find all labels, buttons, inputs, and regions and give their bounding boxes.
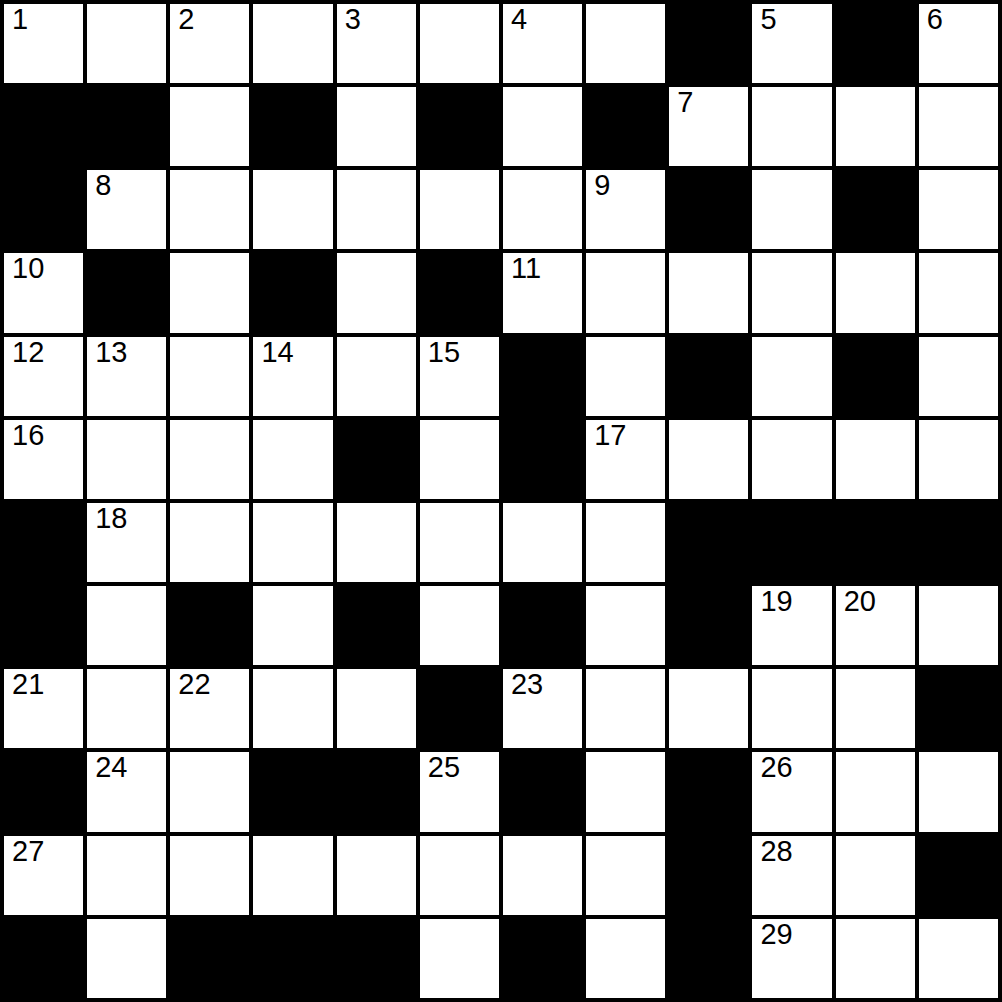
white-cell-r8c8[interactable] — [669, 669, 748, 748]
clue-number-15: 15 — [428, 338, 460, 367]
white-cell-r5c3[interactable] — [253, 420, 332, 499]
clue-number-28: 28 — [760, 837, 792, 866]
black-cell-r2c10 — [836, 170, 915, 249]
black-cell-r1c3 — [253, 87, 332, 166]
clue-number-10: 10 — [12, 254, 44, 283]
white-cell-r3c6[interactable]: 11 — [503, 253, 582, 332]
white-cell-r9c1[interactable]: 24 — [87, 752, 166, 831]
white-cell-r9c7[interactable] — [586, 752, 665, 831]
white-cell-r1c10[interactable] — [836, 87, 915, 166]
white-cell-r8c0[interactable]: 21 — [4, 669, 83, 748]
black-cell-r1c5 — [420, 87, 499, 166]
white-cell-r2c9[interactable] — [752, 170, 831, 249]
black-cell-r7c8 — [669, 586, 748, 665]
white-cell-r11c10[interactable] — [836, 919, 915, 998]
clue-number-18: 18 — [95, 504, 127, 533]
clue-number-5: 5 — [760, 5, 776, 34]
white-cell-r2c1[interactable]: 8 — [87, 170, 166, 249]
white-cell-r4c3[interactable]: 14 — [253, 337, 332, 416]
white-cell-r2c4[interactable] — [337, 170, 416, 249]
white-cell-r1c8[interactable]: 7 — [669, 87, 748, 166]
clue-number-14: 14 — [261, 338, 293, 367]
clue-number-1: 1 — [12, 5, 28, 34]
white-cell-r5c8[interactable] — [669, 420, 748, 499]
black-cell-r1c7 — [586, 87, 665, 166]
white-cell-r11c1[interactable] — [87, 919, 166, 998]
white-cell-r6c4[interactable] — [337, 503, 416, 582]
white-cell-r1c9[interactable] — [752, 87, 831, 166]
black-cell-r9c6 — [503, 752, 582, 831]
white-cell-r5c2[interactable] — [170, 420, 249, 499]
clue-number-23: 23 — [511, 670, 543, 699]
white-cell-r8c7[interactable] — [586, 669, 665, 748]
black-cell-r2c8 — [669, 170, 748, 249]
white-cell-r5c7[interactable]: 17 — [586, 420, 665, 499]
white-cell-r10c6[interactable] — [503, 836, 582, 915]
black-cell-r11c3 — [253, 919, 332, 998]
white-cell-r8c6[interactable]: 23 — [503, 669, 582, 748]
black-cell-r9c8 — [669, 752, 748, 831]
black-cell-r11c6 — [503, 919, 582, 998]
white-cell-r3c9[interactable] — [752, 253, 831, 332]
black-cell-r7c6 — [503, 586, 582, 665]
clue-number-24: 24 — [95, 753, 127, 782]
white-cell-r9c9[interactable]: 26 — [752, 752, 831, 831]
white-cell-r3c2[interactable] — [170, 253, 249, 332]
black-cell-r10c8 — [669, 836, 748, 915]
white-cell-r10c0[interactable]: 27 — [4, 836, 83, 915]
black-cell-r4c6 — [503, 337, 582, 416]
black-cell-r6c9 — [752, 503, 831, 582]
white-cell-r3c4[interactable] — [337, 253, 416, 332]
white-cell-r7c1[interactable] — [87, 586, 166, 665]
black-cell-r5c6 — [503, 420, 582, 499]
black-cell-r1c0 — [4, 87, 83, 166]
white-cell-r0c11[interactable]: 6 — [919, 4, 998, 83]
white-cell-r5c0[interactable]: 16 — [4, 420, 83, 499]
white-cell-r0c1[interactable] — [87, 4, 166, 83]
white-cell-r4c11[interactable] — [919, 337, 998, 416]
white-cell-r5c5[interactable] — [420, 420, 499, 499]
white-cell-r6c6[interactable] — [503, 503, 582, 582]
white-cell-r10c10[interactable] — [836, 836, 915, 915]
clue-number-2: 2 — [178, 5, 194, 34]
white-cell-r4c7[interactable] — [586, 337, 665, 416]
black-cell-r0c8 — [669, 4, 748, 83]
white-cell-r3c7[interactable] — [586, 253, 665, 332]
white-cell-r0c4[interactable]: 3 — [337, 4, 416, 83]
black-cell-r3c5 — [420, 253, 499, 332]
white-cell-r8c1[interactable] — [87, 669, 166, 748]
white-cell-r8c4[interactable] — [337, 669, 416, 748]
clue-number-4: 4 — [511, 5, 527, 34]
white-cell-r2c6[interactable] — [503, 170, 582, 249]
white-cell-r8c3[interactable] — [253, 669, 332, 748]
white-cell-r10c5[interactable] — [420, 836, 499, 915]
white-cell-r11c9[interactable]: 29 — [752, 919, 831, 998]
white-cell-r9c10[interactable] — [836, 752, 915, 831]
black-cell-r9c0 — [4, 752, 83, 831]
white-cell-r11c7[interactable] — [586, 919, 665, 998]
clue-number-13: 13 — [95, 338, 127, 367]
white-cell-r5c10[interactable] — [836, 420, 915, 499]
white-cell-r2c7[interactable]: 9 — [586, 170, 665, 249]
black-cell-r4c10 — [836, 337, 915, 416]
white-cell-r0c5[interactable] — [420, 4, 499, 83]
clue-number-12: 12 — [12, 338, 44, 367]
clue-number-27: 27 — [12, 837, 44, 866]
clue-number-6: 6 — [927, 5, 943, 34]
white-cell-r6c3[interactable] — [253, 503, 332, 582]
white-cell-r2c5[interactable] — [420, 170, 499, 249]
white-cell-r6c2[interactable] — [170, 503, 249, 582]
black-cell-r7c2 — [170, 586, 249, 665]
clue-number-9: 9 — [594, 171, 610, 200]
black-cell-r6c10 — [836, 503, 915, 582]
black-cell-r10c11 — [919, 836, 998, 915]
black-cell-r8c11 — [919, 669, 998, 748]
white-cell-r4c2[interactable] — [170, 337, 249, 416]
black-cell-r7c0 — [4, 586, 83, 665]
black-cell-r6c8 — [669, 503, 748, 582]
black-cell-r11c8 — [669, 919, 748, 998]
black-cell-r7c4 — [337, 586, 416, 665]
white-cell-r1c2[interactable] — [170, 87, 249, 166]
clue-number-19: 19 — [760, 587, 792, 616]
black-cell-r0c10 — [836, 4, 915, 83]
clue-number-11: 11 — [511, 254, 541, 283]
clue-number-26: 26 — [760, 753, 792, 782]
black-cell-r5c4 — [337, 420, 416, 499]
white-cell-r3c11[interactable] — [919, 253, 998, 332]
white-cell-r0c3[interactable] — [253, 4, 332, 83]
white-cell-r4c4[interactable] — [337, 337, 416, 416]
clue-number-21: 21 — [12, 670, 44, 699]
white-cell-r7c10[interactable]: 20 — [836, 586, 915, 665]
white-cell-r0c0[interactable]: 1 — [4, 4, 83, 83]
black-cell-r9c4 — [337, 752, 416, 831]
clue-number-29: 29 — [760, 920, 792, 949]
white-cell-r5c11[interactable] — [919, 420, 998, 499]
white-cell-r3c8[interactable] — [669, 253, 748, 332]
clue-number-20: 20 — [844, 587, 876, 616]
black-cell-r3c1 — [87, 253, 166, 332]
white-cell-r0c6[interactable]: 4 — [503, 4, 582, 83]
white-cell-r4c0[interactable]: 12 — [4, 337, 83, 416]
white-cell-r8c10[interactable] — [836, 669, 915, 748]
white-cell-r9c11[interactable] — [919, 752, 998, 831]
black-cell-r6c11 — [919, 503, 998, 582]
white-cell-r1c4[interactable] — [337, 87, 416, 166]
clue-number-7: 7 — [677, 88, 693, 117]
white-cell-r9c2[interactable] — [170, 752, 249, 831]
black-cell-r11c2 — [170, 919, 249, 998]
black-cell-r4c8 — [669, 337, 748, 416]
white-cell-r10c4[interactable] — [337, 836, 416, 915]
white-cell-r3c0[interactable]: 10 — [4, 253, 83, 332]
white-cell-r7c7[interactable] — [586, 586, 665, 665]
clue-number-22: 22 — [178, 670, 210, 699]
black-cell-r1c1 — [87, 87, 166, 166]
white-cell-r7c9[interactable]: 19 — [752, 586, 831, 665]
white-cell-r5c9[interactable] — [752, 420, 831, 499]
white-cell-r0c9[interactable]: 5 — [752, 4, 831, 83]
white-cell-r4c1[interactable]: 13 — [87, 337, 166, 416]
clue-number-16: 16 — [12, 421, 44, 450]
black-cell-r11c4 — [337, 919, 416, 998]
white-cell-r4c5[interactable]: 15 — [420, 337, 499, 416]
white-cell-r3c10[interactable] — [836, 253, 915, 332]
white-cell-r11c5[interactable] — [420, 919, 499, 998]
white-cell-r5c1[interactable] — [87, 420, 166, 499]
white-cell-r10c2[interactable] — [170, 836, 249, 915]
clue-number-8: 8 — [95, 171, 111, 200]
white-cell-r6c7[interactable] — [586, 503, 665, 582]
white-cell-r8c9[interactable] — [752, 669, 831, 748]
white-cell-r7c11[interactable] — [919, 586, 998, 665]
white-cell-r7c3[interactable] — [253, 586, 332, 665]
black-cell-r2c0 — [4, 170, 83, 249]
black-cell-r9c3 — [253, 752, 332, 831]
white-cell-r9c5[interactable]: 25 — [420, 752, 499, 831]
black-cell-r3c3 — [253, 253, 332, 332]
black-cell-r8c5 — [420, 669, 499, 748]
clue-number-25: 25 — [428, 753, 460, 782]
white-cell-r10c1[interactable] — [87, 836, 166, 915]
white-cell-r1c11[interactable] — [919, 87, 998, 166]
white-cell-r8c2[interactable]: 22 — [170, 669, 249, 748]
white-cell-r2c11[interactable] — [919, 170, 998, 249]
white-cell-r2c2[interactable] — [170, 170, 249, 249]
black-cell-r6c0 — [4, 503, 83, 582]
black-cell-r11c0 — [4, 919, 83, 998]
white-cell-r6c5[interactable] — [420, 503, 499, 582]
clue-number-17: 17 — [594, 421, 626, 450]
white-cell-r11c11[interactable] — [919, 919, 998, 998]
white-cell-r4c9[interactable] — [752, 337, 831, 416]
white-cell-r0c7[interactable] — [586, 4, 665, 83]
white-cell-r0c2[interactable]: 2 — [170, 4, 249, 83]
white-cell-r10c3[interactable] — [253, 836, 332, 915]
clue-number-3: 3 — [345, 5, 361, 34]
crossword-board: 1234567891011121314151617181920212223242… — [0, 0, 1002, 1002]
white-cell-r6c1[interactable]: 18 — [87, 503, 166, 582]
white-cell-r7c5[interactable] — [420, 586, 499, 665]
white-cell-r10c9[interactable]: 28 — [752, 836, 831, 915]
white-cell-r2c3[interactable] — [253, 170, 332, 249]
white-cell-r1c6[interactable] — [503, 87, 582, 166]
white-cell-r10c7[interactable] — [586, 836, 665, 915]
